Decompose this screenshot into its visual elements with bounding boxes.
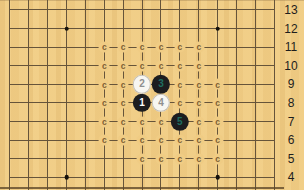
board-intersection[interactable] xyxy=(19,1,38,20)
board-intersection[interactable] xyxy=(76,168,95,187)
board-intersection[interactable] xyxy=(38,1,57,20)
area-mark-c: c xyxy=(193,97,204,108)
board-intersection[interactable] xyxy=(0,19,19,38)
go-board: cccccccccccccccccccccccccccccccccccccccc… xyxy=(0,0,304,190)
area-mark-c: c xyxy=(156,42,167,53)
area-mark-c: c xyxy=(137,60,148,71)
board-intersection[interactable] xyxy=(76,131,95,150)
area-mark-c: c xyxy=(193,116,204,127)
board-intersection[interactable] xyxy=(76,38,95,57)
board-intersection[interactable] xyxy=(0,38,19,57)
board-intersection[interactable] xyxy=(0,112,19,131)
board-intersection[interactable] xyxy=(95,168,114,187)
board-intersection[interactable] xyxy=(19,19,38,38)
board-intersection[interactable] xyxy=(19,38,38,57)
board-intersection[interactable] xyxy=(227,149,246,168)
area-mark-c: c xyxy=(212,135,223,146)
board-intersection[interactable] xyxy=(38,112,57,131)
area-mark-c: c xyxy=(193,42,204,53)
board-intersection[interactable] xyxy=(208,56,227,75)
board-intersection[interactable] xyxy=(0,56,19,75)
board-intersection[interactable] xyxy=(246,1,265,20)
area-mark-c: c xyxy=(193,135,204,146)
board-intersection[interactable] xyxy=(246,131,265,150)
board-intersection[interactable] xyxy=(246,112,265,131)
board-intersection[interactable] xyxy=(19,94,38,113)
board-intersection[interactable] xyxy=(170,168,189,187)
area-mark-c: c xyxy=(137,135,148,146)
star-point xyxy=(64,175,69,180)
row-coordinate-label: 12 xyxy=(279,21,303,37)
board-intersection[interactable] xyxy=(208,38,227,57)
board-intersection[interactable] xyxy=(19,112,38,131)
board-intersection[interactable] xyxy=(227,168,246,187)
area-mark-c: c xyxy=(137,42,148,53)
area-mark-c: c xyxy=(174,153,185,164)
board-intersection[interactable] xyxy=(38,168,57,187)
board-intersection[interactable] xyxy=(246,38,265,57)
board-intersection[interactable] xyxy=(57,112,76,131)
row-coordinate-label: 6 xyxy=(279,132,303,148)
board-intersection[interactable] xyxy=(0,1,19,20)
board-intersection[interactable] xyxy=(38,131,57,150)
board-intersection[interactable] xyxy=(57,38,76,57)
board-intersection[interactable] xyxy=(246,75,265,94)
board-intersection[interactable] xyxy=(151,19,170,38)
board-intersection[interactable] xyxy=(133,168,152,187)
area-mark-c: c xyxy=(118,135,129,146)
area-mark-c: c xyxy=(99,60,110,71)
board-intersection[interactable] xyxy=(38,56,57,75)
area-mark-c: c xyxy=(193,79,204,90)
area-mark-c: c xyxy=(212,79,223,90)
board-intersection[interactable] xyxy=(57,56,76,75)
board-intersection[interactable] xyxy=(227,38,246,57)
area-mark-c: c xyxy=(99,97,110,108)
board-intersection[interactable] xyxy=(95,1,114,20)
board-intersection[interactable] xyxy=(38,19,57,38)
board-intersection[interactable] xyxy=(246,94,265,113)
board-intersection[interactable] xyxy=(57,75,76,94)
move-number: 4 xyxy=(158,98,164,108)
area-mark-c: c xyxy=(193,153,204,164)
area-mark-c: c xyxy=(174,60,185,71)
board-intersection[interactable] xyxy=(151,1,170,20)
board-intersection[interactable] xyxy=(227,56,246,75)
board-intersection[interactable] xyxy=(57,131,76,150)
row-coordinate-label: 9 xyxy=(279,76,303,92)
area-mark-c: c xyxy=(174,79,185,90)
board-intersection[interactable] xyxy=(19,149,38,168)
area-mark-c: c xyxy=(118,60,129,71)
board-intersection[interactable] xyxy=(227,75,246,94)
board-intersection[interactable] xyxy=(151,168,170,187)
board-intersection[interactable] xyxy=(76,112,95,131)
board-intersection[interactable] xyxy=(189,168,208,187)
area-mark-c: c xyxy=(99,79,110,90)
area-mark-c: c xyxy=(212,153,223,164)
board-intersection[interactable] xyxy=(246,149,265,168)
board-intersection[interactable] xyxy=(95,19,114,38)
row-coordinate-label: 4 xyxy=(279,169,303,185)
area-mark-c: c xyxy=(156,116,167,127)
board-intersection[interactable] xyxy=(0,131,19,150)
board-intersection[interactable] xyxy=(114,1,133,20)
board-intersection[interactable] xyxy=(19,168,38,187)
board-intersection[interactable] xyxy=(227,1,246,20)
star-point xyxy=(64,26,69,31)
board-intersection[interactable] xyxy=(246,168,265,187)
row-coordinate-label: 10 xyxy=(279,58,303,74)
row-coordinate-label: 11 xyxy=(279,39,303,55)
area-mark-c: c xyxy=(99,42,110,53)
board-intersection[interactable] xyxy=(38,149,57,168)
move-number: 5 xyxy=(177,116,183,126)
board-intersection[interactable] xyxy=(0,94,19,113)
board-intersection[interactable] xyxy=(189,1,208,20)
board-intersection[interactable] xyxy=(114,168,133,187)
board-intersection[interactable] xyxy=(76,94,95,113)
board-intersection[interactable] xyxy=(114,149,133,168)
area-mark-c: c xyxy=(193,60,204,71)
board-intersection[interactable] xyxy=(246,19,265,38)
board-intersection[interactable] xyxy=(38,75,57,94)
area-mark-c: c xyxy=(137,153,148,164)
area-mark-c: c xyxy=(118,97,129,108)
board-intersection[interactable] xyxy=(19,131,38,150)
area-mark-c: c xyxy=(99,116,110,127)
area-mark-c: c xyxy=(118,42,129,53)
area-mark-c: c xyxy=(212,97,223,108)
board-intersection[interactable] xyxy=(38,94,57,113)
row-coordinate-label: 13 xyxy=(279,2,303,18)
board-bottom-edge xyxy=(0,187,284,189)
board-intersection[interactable] xyxy=(0,168,19,187)
board-intersection[interactable] xyxy=(19,75,38,94)
area-mark-c: c xyxy=(174,42,185,53)
board-intersection[interactable] xyxy=(227,19,246,38)
board-intersection[interactable] xyxy=(227,131,246,150)
board-intersection[interactable] xyxy=(57,1,76,20)
board-intersection[interactable] xyxy=(170,1,189,20)
board-intersection[interactable] xyxy=(133,19,152,38)
board-intersection[interactable] xyxy=(19,56,38,75)
area-mark-c: c xyxy=(212,116,223,127)
row-coordinate-label: 8 xyxy=(279,95,303,111)
area-mark-c: c xyxy=(174,97,185,108)
board-intersection[interactable] xyxy=(227,112,246,131)
board-intersection[interactable] xyxy=(114,19,133,38)
board-intersection[interactable] xyxy=(76,1,95,20)
board-intersection[interactable] xyxy=(76,149,95,168)
area-mark-c: c xyxy=(156,153,167,164)
board-intersection[interactable] xyxy=(246,56,265,75)
board-intersection[interactable] xyxy=(38,38,57,57)
move-number: 1 xyxy=(139,98,145,108)
board-intersection[interactable] xyxy=(133,1,152,20)
board-intersection[interactable] xyxy=(0,75,19,94)
board-intersection[interactable] xyxy=(189,19,208,38)
move-number: 3 xyxy=(158,79,164,89)
area-mark-c: c xyxy=(174,135,185,146)
row-coordinate-label: 5 xyxy=(279,151,303,167)
area-mark-c: c xyxy=(137,116,148,127)
board-intersection[interactable] xyxy=(76,19,95,38)
area-mark-c: c xyxy=(99,135,110,146)
area-mark-c: c xyxy=(118,79,129,90)
board-intersection[interactable] xyxy=(170,19,189,38)
board-intersection[interactable] xyxy=(76,75,95,94)
board-intersection[interactable] xyxy=(227,94,246,113)
area-mark-c: c xyxy=(156,60,167,71)
board-intersection[interactable] xyxy=(57,149,76,168)
board-intersection[interactable] xyxy=(57,94,76,113)
board-intersection[interactable] xyxy=(95,149,114,168)
area-mark-c: c xyxy=(118,116,129,127)
move-number: 2 xyxy=(139,79,145,89)
star-point xyxy=(215,26,220,31)
board-intersection[interactable] xyxy=(208,1,227,20)
board-intersection[interactable] xyxy=(0,149,19,168)
star-point xyxy=(215,175,220,180)
area-mark-c: c xyxy=(156,135,167,146)
board-intersection[interactable] xyxy=(76,56,95,75)
row-coordinate-label: 7 xyxy=(279,114,303,130)
